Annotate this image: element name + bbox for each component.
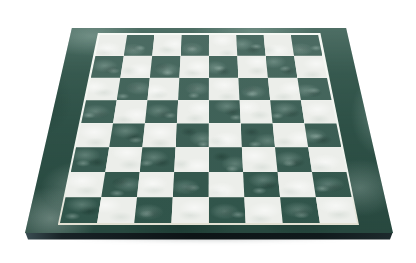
square-f1[interactable] [244, 197, 282, 223]
square-d4[interactable] [176, 123, 209, 147]
square-b4[interactable] [109, 123, 145, 147]
square-f6[interactable] [238, 78, 270, 101]
square-h2[interactable] [312, 172, 352, 197]
square-b7[interactable] [120, 56, 152, 78]
square-h7[interactable] [294, 56, 327, 78]
square-e3[interactable] [209, 147, 243, 172]
square-c3[interactable] [140, 147, 176, 172]
square-e4[interactable] [209, 123, 242, 147]
square-d2[interactable] [173, 172, 209, 197]
square-c7[interactable] [150, 56, 181, 78]
square-g3[interactable] [275, 147, 312, 172]
square-a2[interactable] [65, 172, 105, 197]
square-a1[interactable] [60, 197, 101, 223]
square-g5[interactable] [270, 100, 304, 123]
square-a8[interactable] [95, 35, 127, 56]
square-e7[interactable] [209, 56, 239, 78]
square-c1[interactable] [134, 197, 173, 223]
square-c6[interactable] [147, 78, 179, 101]
square-g6[interactable] [268, 78, 301, 101]
square-a5[interactable] [81, 100, 117, 123]
square-g8[interactable] [264, 35, 295, 56]
square-e6[interactable] [209, 78, 240, 101]
square-b6[interactable] [117, 78, 150, 101]
square-a4[interactable] [76, 123, 113, 147]
square-b2[interactable] [101, 172, 139, 197]
square-h8[interactable] [291, 35, 323, 56]
square-h5[interactable] [301, 100, 337, 123]
square-e5[interactable] [209, 100, 241, 123]
square-b5[interactable] [113, 100, 147, 123]
square-g1[interactable] [280, 197, 320, 223]
square-f7[interactable] [237, 56, 268, 78]
square-e1[interactable] [209, 197, 246, 223]
square-e2[interactable] [209, 172, 245, 197]
square-d8[interactable] [181, 35, 209, 56]
square-h6[interactable] [297, 78, 331, 101]
square-a3[interactable] [71, 147, 109, 172]
square-f5[interactable] [240, 100, 273, 123]
square-g7[interactable] [266, 56, 298, 78]
square-c8[interactable] [152, 35, 182, 56]
square-h4[interactable] [304, 123, 341, 147]
square-a7[interactable] [91, 56, 124, 78]
square-e8[interactable] [209, 35, 237, 56]
square-b1[interactable] [97, 197, 137, 223]
square-d1[interactable] [171, 197, 208, 223]
square-c2[interactable] [137, 172, 174, 197]
square-d5[interactable] [177, 100, 209, 123]
square-c5[interactable] [145, 100, 178, 123]
product-photo-scene [0, 0, 416, 263]
square-g4[interactable] [273, 123, 309, 147]
square-b3[interactable] [105, 147, 142, 172]
square-f8[interactable] [236, 35, 265, 56]
square-f4[interactable] [241, 123, 275, 147]
square-h3[interactable] [308, 147, 346, 172]
square-c4[interactable] [142, 123, 176, 147]
square-f3[interactable] [242, 147, 278, 172]
square-b8[interactable] [124, 35, 155, 56]
chess-board [0, 0, 416, 263]
square-h1[interactable] [316, 197, 357, 223]
square-g2[interactable] [278, 172, 316, 197]
square-d6[interactable] [178, 78, 209, 101]
square-f2[interactable] [243, 172, 280, 197]
square-d3[interactable] [174, 147, 209, 172]
square-a6[interactable] [86, 78, 120, 101]
square-d7[interactable] [179, 56, 209, 78]
